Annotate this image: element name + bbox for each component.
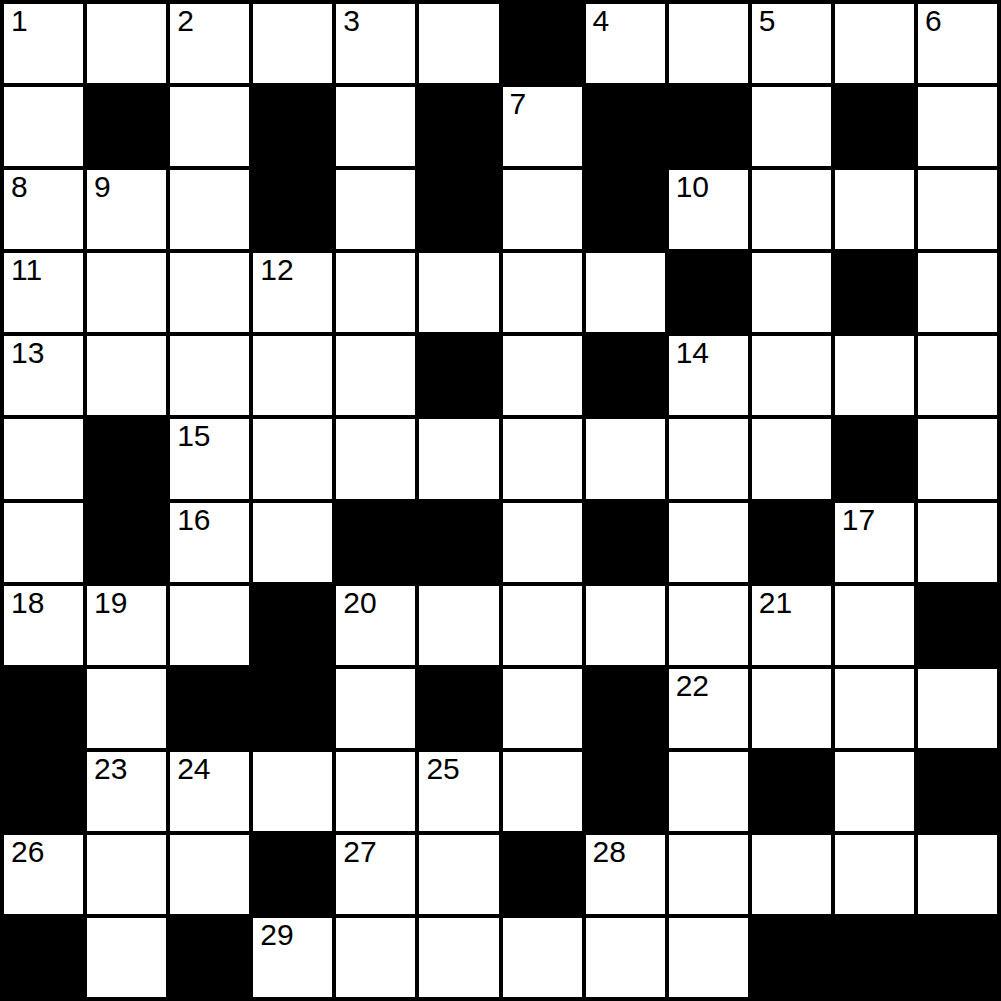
cell-r3-c6[interactable] [503, 253, 582, 332]
cell-r2-c1[interactable]: 9 [87, 170, 166, 249]
clue-number-21: 21 [759, 588, 792, 618]
cell-r2-c0[interactable]: 8 [4, 170, 83, 249]
cell-r3-c2[interactable] [170, 253, 249, 332]
cell-r4-c1[interactable] [87, 336, 166, 415]
cell-r4-c4[interactable] [336, 336, 415, 415]
block-r0-c6 [503, 4, 582, 83]
clue-number-8: 8 [11, 172, 28, 202]
cell-r7-c7[interactable] [586, 586, 665, 665]
clue-number-12: 12 [260, 255, 293, 285]
cell-r1-c0[interactable] [4, 87, 83, 166]
cell-r11-c3[interactable]: 29 [253, 918, 332, 997]
block-r6-c9 [752, 503, 831, 582]
cell-r9-c5[interactable]: 25 [419, 752, 498, 831]
cell-r8-c4[interactable] [336, 669, 415, 748]
cell-r7-c0[interactable]: 18 [4, 586, 83, 665]
block-r11-c11 [918, 918, 997, 997]
block-r10-c3 [253, 835, 332, 914]
block-r7-c3 [253, 586, 332, 665]
cell-r6-c6[interactable] [503, 503, 582, 582]
clue-number-18: 18 [11, 588, 44, 618]
cell-r11-c8[interactable] [669, 918, 748, 997]
cell-r5-c6[interactable] [503, 419, 582, 498]
cell-r5-c2[interactable]: 15 [170, 419, 249, 498]
clue-number-28: 28 [593, 837, 626, 867]
cell-r10-c1[interactable] [87, 835, 166, 914]
cell-r2-c4[interactable] [336, 170, 415, 249]
cell-r2-c2[interactable] [170, 170, 249, 249]
block-r8-c0 [4, 669, 83, 748]
block-r8-c2 [170, 669, 249, 748]
block-r4-c7 [586, 336, 665, 415]
cell-r6-c8[interactable] [669, 503, 748, 582]
clue-number-15: 15 [177, 421, 210, 451]
clue-number-20: 20 [343, 588, 376, 618]
clue-number-29: 29 [260, 920, 293, 950]
cell-r1-c11[interactable] [918, 87, 997, 166]
cell-r3-c3[interactable]: 12 [253, 253, 332, 332]
cell-r2-c10[interactable] [835, 170, 914, 249]
clue-number-24: 24 [177, 754, 210, 784]
block-r1-c8 [669, 87, 748, 166]
clue-number-5: 5 [759, 6, 776, 36]
clue-number-23: 23 [94, 754, 127, 784]
cell-r10-c9[interactable] [752, 835, 831, 914]
cell-r2-c6[interactable] [503, 170, 582, 249]
cell-r9-c4[interactable] [336, 752, 415, 831]
clue-number-2: 2 [177, 6, 194, 36]
cell-r10-c8[interactable] [669, 835, 748, 914]
block-r8-c7 [586, 669, 665, 748]
block-r9-c0 [4, 752, 83, 831]
block-r1-c5 [419, 87, 498, 166]
cell-r8-c10[interactable] [835, 669, 914, 748]
cell-r9-c6[interactable] [503, 752, 582, 831]
cell-r6-c0[interactable] [4, 503, 83, 582]
cell-r5-c5[interactable] [419, 419, 498, 498]
cell-r10-c11[interactable] [918, 835, 997, 914]
clue-number-13: 13 [11, 338, 44, 368]
block-r6-c7 [586, 503, 665, 582]
clue-number-14: 14 [676, 338, 709, 368]
cell-r4-c3[interactable] [253, 336, 332, 415]
cell-r0-c0[interactable]: 1 [4, 4, 83, 83]
cell-r4-c8[interactable]: 14 [669, 336, 748, 415]
clue-number-16: 16 [177, 505, 210, 535]
cell-r5-c7[interactable] [586, 419, 665, 498]
cell-r8-c8[interactable]: 22 [669, 669, 748, 748]
cell-r0-c5[interactable] [419, 4, 498, 83]
cell-r4-c11[interactable] [918, 336, 997, 415]
cell-r0-c11[interactable]: 6 [918, 4, 997, 83]
block-r9-c11 [918, 752, 997, 831]
cell-r10-c2[interactable] [170, 835, 249, 914]
clue-number-19: 19 [94, 588, 127, 618]
cell-r1-c6[interactable]: 7 [503, 87, 582, 166]
cell-r10-c4[interactable]: 27 [336, 835, 415, 914]
cell-r4-c9[interactable] [752, 336, 831, 415]
cell-r4-c10[interactable] [835, 336, 914, 415]
cell-r11-c6[interactable] [503, 918, 582, 997]
cell-r3-c0[interactable]: 11 [4, 253, 83, 332]
cell-r8-c6[interactable] [503, 669, 582, 748]
block-r6-c4 [336, 503, 415, 582]
block-r2-c5 [419, 170, 498, 249]
block-r11-c2 [170, 918, 249, 997]
cell-r11-c7[interactable] [586, 918, 665, 997]
cell-r2-c8[interactable]: 10 [669, 170, 748, 249]
cell-r1-c4[interactable] [336, 87, 415, 166]
cell-r9-c8[interactable] [669, 752, 748, 831]
block-r11-c9 [752, 918, 831, 997]
cell-r8-c9[interactable] [752, 669, 831, 748]
cell-r2-c9[interactable] [752, 170, 831, 249]
cell-r11-c5[interactable] [419, 918, 498, 997]
block-r6-c1 [87, 503, 166, 582]
cell-r10-c5[interactable] [419, 835, 498, 914]
cell-r7-c6[interactable] [503, 586, 582, 665]
cell-r9-c2[interactable]: 24 [170, 752, 249, 831]
cell-r8-c1[interactable] [87, 669, 166, 748]
cell-r0-c10[interactable] [835, 4, 914, 83]
cell-r7-c5[interactable] [419, 586, 498, 665]
block-r10-c6 [503, 835, 582, 914]
cell-r7-c4[interactable]: 20 [336, 586, 415, 665]
cell-r7-c10[interactable] [835, 586, 914, 665]
cell-r5-c4[interactable] [336, 419, 415, 498]
cell-r3-c5[interactable] [419, 253, 498, 332]
block-r3-c10 [835, 253, 914, 332]
cell-r1-c9[interactable] [752, 87, 831, 166]
cell-r11-c1[interactable] [87, 918, 166, 997]
cell-r7-c2[interactable] [170, 586, 249, 665]
block-r8-c5 [419, 669, 498, 748]
cell-r11-c4[interactable] [336, 918, 415, 997]
cell-r6-c3[interactable] [253, 503, 332, 582]
crossword-board: 1234567891011121314151617181920212223242… [0, 0, 1001, 1001]
block-r2-c7 [586, 170, 665, 249]
cell-r0-c8[interactable] [669, 4, 748, 83]
cell-r2-c11[interactable] [918, 170, 997, 249]
cell-r6-c2[interactable]: 16 [170, 503, 249, 582]
clue-number-25: 25 [426, 754, 459, 784]
block-r2-c3 [253, 170, 332, 249]
cell-r5-c8[interactable] [669, 419, 748, 498]
clue-number-9: 9 [94, 172, 111, 202]
cell-r9-c10[interactable] [835, 752, 914, 831]
cell-r0-c4[interactable]: 3 [336, 4, 415, 83]
clue-number-4: 4 [593, 6, 610, 36]
clue-number-10: 10 [676, 172, 709, 202]
block-r1-c1 [87, 87, 166, 166]
block-r8-c3 [253, 669, 332, 748]
cell-r7-c9[interactable]: 21 [752, 586, 831, 665]
cell-r3-c4[interactable] [336, 253, 415, 332]
block-r1-c10 [835, 87, 914, 166]
cell-r9-c1[interactable]: 23 [87, 752, 166, 831]
cell-r10-c10[interactable] [835, 835, 914, 914]
cell-r0-c7[interactable]: 4 [586, 4, 665, 83]
cell-r7-c8[interactable] [669, 586, 748, 665]
block-r7-c11 [918, 586, 997, 665]
cell-r6-c11[interactable] [918, 503, 997, 582]
cell-r10-c0[interactable]: 26 [4, 835, 83, 914]
block-r11-c0 [4, 918, 83, 997]
cell-r9-c3[interactable] [253, 752, 332, 831]
block-r5-c1 [87, 419, 166, 498]
cell-r5-c11[interactable] [918, 419, 997, 498]
cell-r0-c3[interactable] [253, 4, 332, 83]
cell-r3-c7[interactable] [586, 253, 665, 332]
cell-r5-c9[interactable] [752, 419, 831, 498]
block-r3-c8 [669, 253, 748, 332]
clue-number-11: 11 [11, 255, 42, 285]
cell-r1-c2[interactable] [170, 87, 249, 166]
cell-r4-c2[interactable] [170, 336, 249, 415]
cell-r10-c7[interactable]: 28 [586, 835, 665, 914]
cell-r4-c0[interactable]: 13 [4, 336, 83, 415]
clue-number-7: 7 [510, 89, 527, 119]
block-r1-c3 [253, 87, 332, 166]
cell-r3-c9[interactable] [752, 253, 831, 332]
block-r11-c10 [835, 918, 914, 997]
cell-r7-c1[interactable]: 19 [87, 586, 166, 665]
cell-r5-c0[interactable] [4, 419, 83, 498]
cell-r5-c3[interactable] [253, 419, 332, 498]
cell-r0-c9[interactable]: 5 [752, 4, 831, 83]
cell-r8-c11[interactable] [918, 669, 997, 748]
cell-r0-c2[interactable]: 2 [170, 4, 249, 83]
block-r9-c7 [586, 752, 665, 831]
cell-r3-c1[interactable] [87, 253, 166, 332]
clue-number-17: 17 [842, 505, 875, 535]
clue-number-22: 22 [676, 671, 709, 701]
cell-r6-c10[interactable]: 17 [835, 503, 914, 582]
clue-number-26: 26 [11, 837, 44, 867]
block-r5-c10 [835, 419, 914, 498]
cell-r3-c11[interactable] [918, 253, 997, 332]
clue-number-3: 3 [343, 6, 360, 36]
clue-number-27: 27 [343, 837, 376, 867]
block-r1-c7 [586, 87, 665, 166]
block-r4-c5 [419, 336, 498, 415]
cell-r4-c6[interactable] [503, 336, 582, 415]
cell-r0-c1[interactable] [87, 4, 166, 83]
block-r6-c5 [419, 503, 498, 582]
block-r9-c9 [752, 752, 831, 831]
clue-number-1: 1 [11, 6, 28, 36]
clue-number-6: 6 [925, 6, 942, 36]
